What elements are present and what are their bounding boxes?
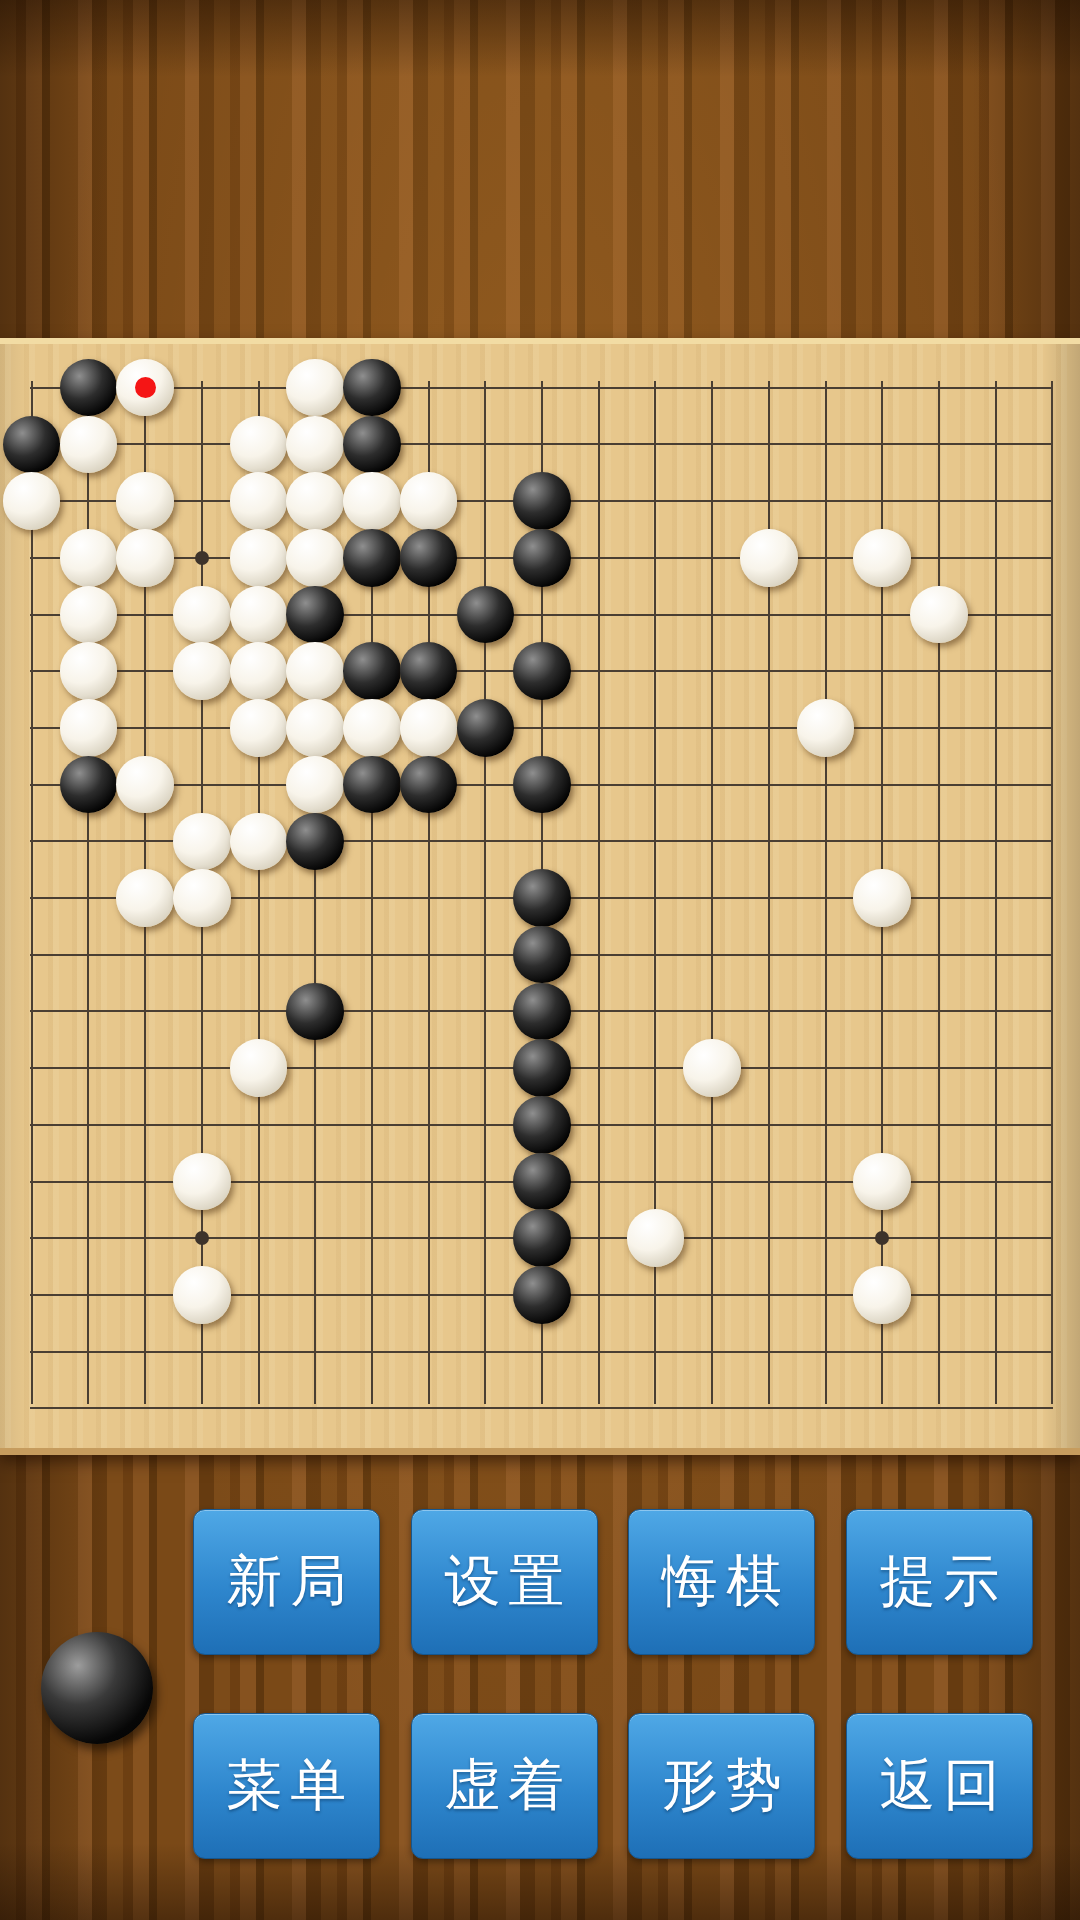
white-stone — [286, 359, 344, 417]
grid-line — [1051, 381, 1053, 1404]
pass-button-label: 虚着 — [436, 1748, 572, 1824]
grid-line — [825, 381, 827, 1404]
settings-button-label: 设置 — [436, 1544, 572, 1620]
new-game-button-label: 新局 — [219, 1544, 355, 1620]
grid-line — [30, 1407, 1053, 1409]
white-stone — [230, 813, 288, 871]
black-stone — [3, 416, 61, 474]
white-stone — [230, 416, 288, 474]
white-stone — [230, 586, 288, 644]
star-point — [195, 551, 209, 565]
white-stone — [60, 699, 118, 757]
undo-button[interactable]: 悔棋 — [628, 1509, 815, 1655]
black-stone — [513, 1039, 571, 1097]
white-stone — [173, 586, 231, 644]
undo-button-label: 悔棋 — [654, 1544, 790, 1620]
star-point — [875, 1231, 889, 1245]
turn-indicator-black-stone — [41, 1632, 153, 1744]
white-stone — [853, 1266, 911, 1324]
black-stone — [400, 756, 458, 814]
white-stone — [343, 699, 401, 757]
white-stone — [286, 699, 344, 757]
black-stone — [286, 983, 344, 1041]
black-stone — [513, 1209, 571, 1267]
last-move-marker — [135, 377, 156, 398]
settings-button[interactable]: 设置 — [411, 1509, 598, 1655]
black-stone — [513, 926, 571, 984]
white-stone — [286, 642, 344, 700]
white-stone — [286, 756, 344, 814]
white-stone — [400, 472, 458, 530]
black-stone — [513, 642, 571, 700]
territory-button-label: 形势 — [654, 1748, 790, 1824]
black-stone — [286, 586, 344, 644]
white-stone — [230, 472, 288, 530]
grid-line — [31, 381, 33, 1404]
white-stone — [173, 642, 231, 700]
back-button-label: 返回 — [872, 1748, 1008, 1824]
grid-line — [938, 381, 940, 1404]
white-stone — [286, 416, 344, 474]
black-stone — [400, 642, 458, 700]
black-stone — [60, 359, 118, 417]
black-stone — [343, 756, 401, 814]
territory-button[interactable]: 形势 — [628, 1713, 815, 1859]
new-game-button[interactable]: 新局 — [193, 1509, 380, 1655]
white-stone — [740, 529, 798, 587]
grid-line — [995, 381, 997, 1404]
black-stone — [513, 529, 571, 587]
grid-line — [598, 381, 600, 1404]
black-stone — [343, 529, 401, 587]
white-stone — [286, 472, 344, 530]
white-stone — [230, 642, 288, 700]
black-stone — [343, 416, 401, 474]
grid-line — [711, 381, 713, 1404]
white-stone — [230, 699, 288, 757]
black-stone — [457, 699, 515, 757]
back-button[interactable]: 返回 — [846, 1713, 1033, 1859]
white-stone — [173, 869, 231, 927]
white-stone — [400, 699, 458, 757]
star-point — [195, 1231, 209, 1245]
white-stone — [797, 699, 855, 757]
white-stone — [683, 1039, 741, 1097]
white-stone — [173, 1153, 231, 1211]
grid-line — [484, 381, 486, 1404]
black-stone — [513, 869, 571, 927]
go-board[interactable] — [0, 338, 1080, 1455]
white-stone — [60, 529, 118, 587]
white-stone — [853, 869, 911, 927]
white-stone — [60, 642, 118, 700]
white-stone — [116, 472, 174, 530]
white-stone — [853, 529, 911, 587]
pass-button[interactable]: 虚着 — [411, 1713, 598, 1859]
black-stone — [343, 359, 401, 417]
white-stone — [627, 1209, 685, 1267]
black-stone — [343, 642, 401, 700]
hint-button[interactable]: 提示 — [846, 1509, 1033, 1655]
white-stone — [116, 869, 174, 927]
black-stone — [513, 1096, 571, 1154]
menu-button[interactable]: 菜单 — [193, 1713, 380, 1859]
grid-line — [30, 1351, 1053, 1353]
black-stone — [513, 472, 571, 530]
white-stone — [910, 586, 968, 644]
white-stone — [60, 416, 118, 474]
white-stone — [343, 472, 401, 530]
black-stone — [513, 1266, 571, 1324]
black-stone — [513, 983, 571, 1041]
black-stone — [400, 529, 458, 587]
go-app-screen: { "game": { "name": "Go (Weiqi)", "board… — [0, 0, 1080, 1920]
menu-button-label: 菜单 — [219, 1748, 355, 1824]
black-stone — [60, 756, 118, 814]
white-stone — [230, 529, 288, 587]
white-stone — [286, 529, 344, 587]
white-stone — [173, 813, 231, 871]
white-stone — [173, 1266, 231, 1324]
white-stone — [116, 756, 174, 814]
black-stone — [513, 756, 571, 814]
white-stone — [116, 529, 174, 587]
hint-button-label: 提示 — [872, 1544, 1008, 1620]
black-stone — [286, 813, 344, 871]
white-stone — [230, 1039, 288, 1097]
white-stone — [3, 472, 61, 530]
white-stone — [853, 1153, 911, 1211]
black-stone — [457, 586, 515, 644]
black-stone — [513, 1153, 571, 1211]
white-stone — [60, 586, 118, 644]
